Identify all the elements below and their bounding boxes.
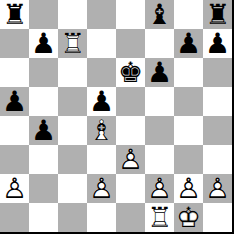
square-a7[interactable]	[0, 29, 29, 58]
white-pawn[interactable]: ♟♙	[87, 174, 116, 203]
square-a1[interactable]	[0, 203, 29, 232]
square-a6[interactable]	[0, 58, 29, 87]
square-f6[interactable]: ♟	[145, 58, 174, 87]
square-e6[interactable]: ♚	[116, 58, 145, 87]
square-b2[interactable]	[29, 174, 58, 203]
square-c7[interactable]: ♜♖	[58, 29, 87, 58]
square-d1[interactable]	[87, 203, 116, 232]
black-pawn-glyph: ♟	[29, 29, 58, 58]
square-e4[interactable]	[116, 116, 145, 145]
square-f2[interactable]: ♟♙	[145, 174, 174, 203]
square-h7[interactable]: ♟	[203, 29, 232, 58]
black-bishop[interactable]: ♝	[145, 0, 174, 29]
black-pawn[interactable]: ♟	[87, 87, 116, 116]
black-bishop-glyph: ♝	[145, 0, 174, 29]
black-rook-glyph: ♜	[203, 0, 232, 29]
square-g3[interactable]	[174, 145, 203, 174]
square-g5[interactable]	[174, 87, 203, 116]
black-pawn[interactable]: ♟	[0, 87, 29, 116]
white-pawn[interactable]: ♟♙	[0, 174, 29, 203]
white-king-outline: ♔	[174, 203, 203, 232]
white-pawn-outline: ♙	[203, 174, 232, 203]
white-rook-outline: ♖	[58, 29, 87, 58]
white-pawn-outline: ♙	[145, 174, 174, 203]
chess-diagram: ♜♝♜♟♜♖♟♟♚♟♟♟♟♝♗♟♙♟♙♟♙♟♙♟♙♟♙♜♖♚♔	[0, 0, 234, 234]
square-f4[interactable]	[145, 116, 174, 145]
white-pawn[interactable]: ♟♙	[145, 174, 174, 203]
square-f8[interactable]: ♝	[145, 0, 174, 29]
square-d4[interactable]: ♝♗	[87, 116, 116, 145]
square-a5[interactable]: ♟	[0, 87, 29, 116]
black-pawn[interactable]: ♟	[145, 58, 174, 87]
square-d7[interactable]	[87, 29, 116, 58]
square-g2[interactable]: ♟♙	[174, 174, 203, 203]
square-h4[interactable]	[203, 116, 232, 145]
white-bishop-outline: ♗	[87, 116, 116, 145]
white-king[interactable]: ♚♔	[174, 203, 203, 232]
square-f1[interactable]: ♜♖	[145, 203, 174, 232]
white-pawn[interactable]: ♟♙	[174, 174, 203, 203]
black-rook[interactable]: ♜	[203, 0, 232, 29]
square-b5[interactable]	[29, 87, 58, 116]
black-pawn[interactable]: ♟	[203, 29, 232, 58]
chess-board: ♜♝♜♟♜♖♟♟♚♟♟♟♟♝♗♟♙♟♙♟♙♟♙♟♙♟♙♜♖♚♔	[0, 0, 234, 234]
square-f3[interactable]	[145, 145, 174, 174]
black-pawn-glyph: ♟	[203, 29, 232, 58]
square-g4[interactable]	[174, 116, 203, 145]
square-d2[interactable]: ♟♙	[87, 174, 116, 203]
black-rook[interactable]: ♜	[0, 0, 29, 29]
white-pawn-outline: ♙	[0, 174, 29, 203]
square-a3[interactable]	[0, 145, 29, 174]
square-d8[interactable]	[87, 0, 116, 29]
white-pawn-outline: ♙	[174, 174, 203, 203]
black-pawn[interactable]: ♟	[174, 29, 203, 58]
square-b1[interactable]	[29, 203, 58, 232]
square-c6[interactable]	[58, 58, 87, 87]
square-c8[interactable]	[58, 0, 87, 29]
black-pawn-glyph: ♟	[29, 116, 58, 145]
square-h1[interactable]	[203, 203, 232, 232]
square-c5[interactable]	[58, 87, 87, 116]
square-e7[interactable]	[116, 29, 145, 58]
square-e5[interactable]	[116, 87, 145, 116]
square-h3[interactable]	[203, 145, 232, 174]
white-pawn[interactable]: ♟♙	[116, 145, 145, 174]
white-pawn-outline: ♙	[116, 145, 145, 174]
square-c3[interactable]	[58, 145, 87, 174]
square-e3[interactable]: ♟♙	[116, 145, 145, 174]
black-king-glyph: ♚	[116, 58, 145, 87]
square-b4[interactable]: ♟	[29, 116, 58, 145]
square-f5[interactable]	[145, 87, 174, 116]
white-rook[interactable]: ♜♖	[58, 29, 87, 58]
square-e8[interactable]	[116, 0, 145, 29]
square-h2[interactable]: ♟♙	[203, 174, 232, 203]
white-pawn[interactable]: ♟♙	[203, 174, 232, 203]
black-king[interactable]: ♚	[116, 58, 145, 87]
white-bishop[interactable]: ♝♗	[87, 116, 116, 145]
square-a8[interactable]: ♜	[0, 0, 29, 29]
square-g7[interactable]: ♟	[174, 29, 203, 58]
black-pawn-glyph: ♟	[87, 87, 116, 116]
square-c1[interactable]	[58, 203, 87, 232]
square-e1[interactable]	[116, 203, 145, 232]
square-h8[interactable]: ♜	[203, 0, 232, 29]
square-g1[interactable]: ♚♔	[174, 203, 203, 232]
black-pawn-glyph: ♟	[174, 29, 203, 58]
square-e2[interactable]	[116, 174, 145, 203]
square-b8[interactable]	[29, 0, 58, 29]
square-a2[interactable]: ♟♙	[0, 174, 29, 203]
square-c4[interactable]	[58, 116, 87, 145]
square-h5[interactable]	[203, 87, 232, 116]
square-h6[interactable]	[203, 58, 232, 87]
black-pawn-glyph: ♟	[145, 58, 174, 87]
black-pawn[interactable]: ♟	[29, 29, 58, 58]
square-f7[interactable]	[145, 29, 174, 58]
square-a4[interactable]	[0, 116, 29, 145]
white-rook-outline: ♖	[145, 203, 174, 232]
square-d3[interactable]	[87, 145, 116, 174]
square-c2[interactable]	[58, 174, 87, 203]
black-pawn[interactable]: ♟	[29, 116, 58, 145]
square-d6[interactable]	[87, 58, 116, 87]
white-rook[interactable]: ♜♖	[145, 203, 174, 232]
square-b7[interactable]: ♟	[29, 29, 58, 58]
square-b6[interactable]	[29, 58, 58, 87]
white-pawn-outline: ♙	[87, 174, 116, 203]
black-rook-glyph: ♜	[0, 0, 29, 29]
square-g6[interactable]	[174, 58, 203, 87]
black-pawn-glyph: ♟	[0, 87, 29, 116]
square-d5[interactable]: ♟	[87, 87, 116, 116]
square-b3[interactable]	[29, 145, 58, 174]
square-g8[interactable]	[174, 0, 203, 29]
